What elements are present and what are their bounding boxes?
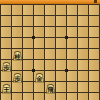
board-square-6-3[interactable]: [34, 27, 45, 38]
board-square-7-1[interactable]: [23, 5, 34, 16]
titlebar-marker-icon[interactable]: [94, 0, 97, 3]
board-square-7-7[interactable]: [23, 71, 34, 82]
board-square-1-6[interactable]: [89, 60, 100, 71]
board-square-4-2[interactable]: [56, 16, 67, 27]
board-square-5-7[interactable]: [45, 71, 56, 82]
board-square-6-1[interactable]: [34, 5, 45, 16]
board-square-8-2[interactable]: [12, 16, 23, 27]
board-square-9-5[interactable]: [1, 49, 12, 60]
board-square-8-1[interactable]: [12, 5, 23, 16]
board-square-6-5[interactable]: [34, 49, 45, 60]
board-square-3-9[interactable]: [67, 93, 78, 100]
board-square-2-2[interactable]: [78, 16, 89, 27]
board-square-7-2[interactable]: [23, 16, 34, 27]
board-square-5-5[interactable]: [45, 49, 56, 60]
board-square-1-7[interactable]: [89, 71, 100, 82]
board-square-8-6[interactable]: [12, 60, 23, 71]
board-square-3-1[interactable]: [67, 5, 78, 16]
hoshi-star-point: [65, 36, 68, 39]
board-square-2-8[interactable]: [78, 82, 89, 93]
board-square-8-9[interactable]: [12, 93, 23, 100]
board-square-8-3[interactable]: [12, 27, 23, 38]
piece-face: 桂: [14, 52, 22, 61]
board-square-1-4[interactable]: [89, 38, 100, 49]
board-square-1-1[interactable]: [89, 5, 100, 16]
piece-kanji-label: 歩: [14, 76, 21, 83]
piece-kanji-label: 飛: [47, 87, 54, 94]
board-square-7-9[interactable]: [23, 93, 34, 100]
board-square-4-1[interactable]: [56, 5, 67, 16]
board-square-6-2[interactable]: [34, 16, 45, 27]
piece-face: 金: [36, 74, 44, 83]
board-square-2-9[interactable]: [78, 93, 89, 100]
board-square-4-9[interactable]: [56, 93, 67, 100]
board-square-4-4[interactable]: [56, 38, 67, 49]
board-square-9-9[interactable]: [1, 93, 12, 100]
board-square-2-5[interactable]: [78, 49, 89, 60]
board-square-7-8[interactable]: [23, 82, 34, 93]
piece-kanji-label: 金: [36, 76, 43, 83]
board-square-7-5[interactable]: [23, 49, 34, 60]
hoshi-star-point: [65, 69, 68, 72]
piece-kanji-label: 桂: [14, 54, 21, 61]
board-square-9-2[interactable]: [1, 16, 12, 27]
board-square-8-4[interactable]: [12, 38, 23, 49]
board-square-3-3[interactable]: [67, 27, 78, 38]
piece-face: 飛: [47, 85, 55, 94]
board-square-2-3[interactable]: [78, 27, 89, 38]
board-square-8-8[interactable]: [12, 82, 23, 93]
board-square-6-9[interactable]: [34, 93, 45, 100]
board-square-3-8[interactable]: [67, 82, 78, 93]
board-square-1-5[interactable]: [89, 49, 100, 60]
board-square-2-1[interactable]: [78, 5, 89, 16]
board-square-3-7[interactable]: [67, 71, 78, 82]
piece-face: 王: [3, 85, 11, 94]
shogi-board: 桂歩歩金王飛: [0, 4, 100, 100]
board-square-6-6[interactable]: [34, 60, 45, 71]
board-square-2-4[interactable]: [78, 38, 89, 49]
board-square-5-9[interactable]: [45, 93, 56, 100]
board-square-7-4[interactable]: [23, 38, 34, 49]
board-square-6-4[interactable]: [34, 38, 45, 49]
board-square-9-4[interactable]: [1, 38, 12, 49]
board-square-3-2[interactable]: [67, 16, 78, 27]
board-square-1-3[interactable]: [89, 27, 100, 38]
board-square-4-8[interactable]: [56, 82, 67, 93]
board-square-5-4[interactable]: [45, 38, 56, 49]
board-square-3-6[interactable]: [67, 60, 78, 71]
board-square-5-3[interactable]: [45, 27, 56, 38]
board-square-5-6[interactable]: [45, 60, 56, 71]
board-square-9-1[interactable]: [1, 5, 12, 16]
board-square-2-7[interactable]: [78, 71, 89, 82]
board-square-5-2[interactable]: [45, 16, 56, 27]
piece-kanji-label: 王: [3, 87, 10, 94]
board-square-3-4[interactable]: [67, 38, 78, 49]
board-square-4-7[interactable]: [56, 71, 67, 82]
board-square-9-7[interactable]: [1, 71, 12, 82]
piece-kanji-label: 歩: [3, 65, 10, 72]
board-square-1-8[interactable]: [89, 82, 100, 93]
board-square-3-5[interactable]: [67, 49, 78, 60]
piece-face: 歩: [14, 74, 22, 83]
board-square-5-1[interactable]: [45, 5, 56, 16]
board-square-2-6[interactable]: [78, 60, 89, 71]
board-square-4-5[interactable]: [56, 49, 67, 60]
board-square-9-3[interactable]: [1, 27, 12, 38]
hoshi-star-point: [32, 36, 35, 39]
piece-face: 歩: [3, 63, 11, 72]
board-square-1-2[interactable]: [89, 16, 100, 27]
board-square-1-9[interactable]: [89, 93, 100, 100]
hoshi-star-point: [32, 69, 35, 72]
board-square-6-8[interactable]: [34, 82, 45, 93]
